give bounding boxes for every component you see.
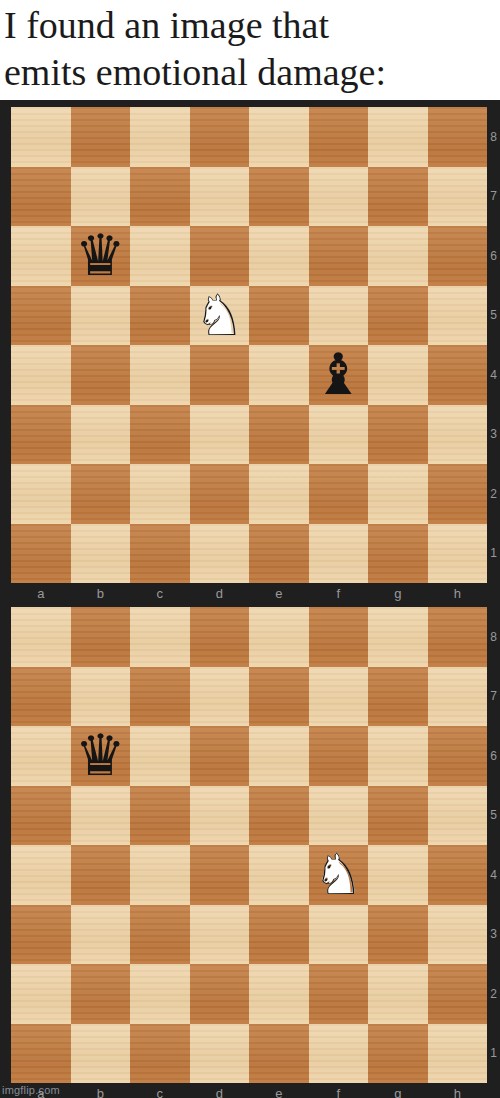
square-h5 [428,786,488,846]
square-g4 [368,345,428,405]
square-b3 [71,905,131,965]
black-queen-piece: ♛ [71,226,131,286]
file-label-g: g [368,583,428,604]
rank-label-8: 8 [487,607,500,667]
square-a5 [11,786,71,846]
square-h4 [428,845,488,905]
file-label-h: h [428,1083,488,1098]
square-c3 [130,405,190,465]
square-d2 [190,964,250,1024]
square-e3 [249,905,309,965]
file-label-b: b [71,583,131,604]
square-b2 [71,964,131,1024]
square-h7 [428,667,488,727]
square-h3 [428,405,488,465]
square-g2 [368,964,428,1024]
square-b5 [71,786,131,846]
square-f5 [309,286,369,346]
square-g6 [368,226,428,286]
square-h4 [428,345,488,405]
square-d2 [190,464,250,524]
square-f2 [309,964,369,1024]
square-g1 [368,1024,428,1084]
square-d4 [190,845,250,905]
square-h5 [428,286,488,346]
square-h2 [428,464,488,524]
square-b7 [71,667,131,727]
square-e3 [249,405,309,465]
square-b4 [71,845,131,905]
square-d5 [190,786,250,846]
square-g8 [368,607,428,667]
square-a7 [11,667,71,727]
rank-label-2: 2 [487,464,500,524]
caption-line-1: I found an image that [4,2,500,49]
square-a4 [11,345,71,405]
square-e5 [249,286,309,346]
square-e6 [249,226,309,286]
square-d8 [190,607,250,667]
square-h1 [428,524,488,584]
square-g1 [368,524,428,584]
file-label-f: f [309,583,369,604]
square-f1 [309,1024,369,1084]
file-label-d: d [190,583,250,604]
square-c6 [130,726,190,786]
file-coordinates: abcdefgh [11,1083,487,1098]
square-a1 [11,524,71,584]
square-f2 [309,464,369,524]
square-d6 [190,726,250,786]
black-queen-piece: ♛ [71,726,131,786]
square-f4: ♞♘ [309,845,369,905]
square-c5 [130,786,190,846]
rank-coordinates: 87654321 [487,607,500,1083]
file-label-g: g [368,1083,428,1098]
chessboard-before: ♛♞♘♝ 87654321 abcdefgh [0,100,500,604]
square-g5 [368,786,428,846]
square-a2 [11,964,71,1024]
square-h6 [428,226,488,286]
caption-line-2: emits emotional damage: [4,49,500,96]
square-g8 [368,107,428,167]
chessboard-after: ♛♞♘ 87654321 abcdefgh [0,604,500,1098]
square-e6 [249,726,309,786]
square-b3 [71,405,131,465]
board-squares: ♛♞♘ [11,607,487,1083]
square-a3 [11,905,71,965]
square-b2 [71,464,131,524]
rank-label-8: 8 [487,107,500,167]
square-f3 [309,405,369,465]
square-a2 [11,464,71,524]
rank-label-5: 5 [487,786,500,846]
rank-label-6: 6 [487,226,500,286]
square-c7 [130,667,190,727]
square-h3 [428,905,488,965]
square-a4 [11,845,71,905]
file-label-c: c [130,583,190,604]
square-d7 [190,667,250,727]
file-label-a: a [11,583,71,604]
square-d3 [190,405,250,465]
rank-label-6: 6 [487,726,500,786]
square-g4 [368,845,428,905]
square-a6 [11,226,71,286]
file-label-c: c [130,1083,190,1098]
square-g3 [368,905,428,965]
square-e1 [249,524,309,584]
rank-label-3: 3 [487,405,500,465]
white-knight-piece: ♞♘ [190,286,250,346]
square-h8 [428,107,488,167]
square-a8 [11,607,71,667]
square-g3 [368,405,428,465]
square-f7 [309,667,369,727]
square-f3 [309,905,369,965]
square-f5 [309,786,369,846]
rank-label-3: 3 [487,905,500,965]
square-b5 [71,286,131,346]
white-knight-outline: ♘ [190,286,250,346]
square-e1 [249,1024,309,1084]
square-c8 [130,607,190,667]
rank-label-2: 2 [487,964,500,1024]
rank-coordinates: 87654321 [487,107,500,583]
file-label-e: e [249,583,309,604]
square-c2 [130,464,190,524]
square-d7 [190,167,250,227]
file-label-e: e [249,1083,309,1098]
square-f8 [309,107,369,167]
file-label-h: h [428,583,488,604]
square-e7 [249,167,309,227]
square-e2 [249,464,309,524]
square-b4 [71,345,131,405]
rank-label-7: 7 [487,667,500,727]
square-c4 [130,845,190,905]
square-g6 [368,726,428,786]
square-d1 [190,1024,250,1084]
square-a3 [11,405,71,465]
rank-label-1: 1 [487,524,500,584]
square-b1 [71,524,131,584]
rank-label-4: 4 [487,845,500,905]
rank-label-4: 4 [487,345,500,405]
square-h1 [428,1024,488,1084]
square-g5 [368,286,428,346]
square-b1 [71,1024,131,1084]
square-e4 [249,345,309,405]
square-e2 [249,964,309,1024]
square-b6: ♛ [71,726,131,786]
rank-label-7: 7 [487,167,500,227]
rank-label-5: 5 [487,286,500,346]
file-label-d: d [190,1083,250,1098]
square-a8 [11,107,71,167]
square-f8 [309,607,369,667]
white-knight-piece: ♞♘ [309,845,369,905]
square-a5 [11,286,71,346]
square-b6: ♛ [71,226,131,286]
square-d8 [190,107,250,167]
meme-caption: I found an image that emits emotional da… [0,0,500,100]
black-bishop-piece: ♝ [309,345,369,405]
square-b8 [71,607,131,667]
square-f1 [309,524,369,584]
square-g2 [368,464,428,524]
square-e4 [249,845,309,905]
file-label-b: b [71,1083,131,1098]
square-d1 [190,524,250,584]
square-f6 [309,226,369,286]
square-b8 [71,107,131,167]
file-coordinates: abcdefgh [11,583,487,604]
square-c3 [130,905,190,965]
square-g7 [368,667,428,727]
board-squares: ♛♞♘♝ [11,107,487,583]
square-h8 [428,607,488,667]
square-c2 [130,964,190,1024]
white-knight-outline: ♘ [309,845,369,905]
square-a7 [11,167,71,227]
square-c1 [130,1024,190,1084]
square-c8 [130,107,190,167]
square-d5: ♞♘ [190,286,250,346]
square-d6 [190,226,250,286]
square-f6 [309,726,369,786]
square-d4 [190,345,250,405]
square-e8 [249,107,309,167]
square-b7 [71,167,131,227]
square-h7 [428,167,488,227]
square-f4: ♝ [309,345,369,405]
square-e7 [249,667,309,727]
square-c1 [130,524,190,584]
square-e5 [249,786,309,846]
file-label-f: f [309,1083,369,1098]
square-a6 [11,726,71,786]
square-c5 [130,286,190,346]
square-c6 [130,226,190,286]
square-h6 [428,726,488,786]
square-d3 [190,905,250,965]
square-h2 [428,964,488,1024]
square-g7 [368,167,428,227]
square-c7 [130,167,190,227]
square-c4 [130,345,190,405]
square-a1 [11,1024,71,1084]
rank-label-1: 1 [487,1024,500,1084]
imgflip-watermark: imgflip.com [2,1084,60,1096]
square-f7 [309,167,369,227]
square-e8 [249,607,309,667]
